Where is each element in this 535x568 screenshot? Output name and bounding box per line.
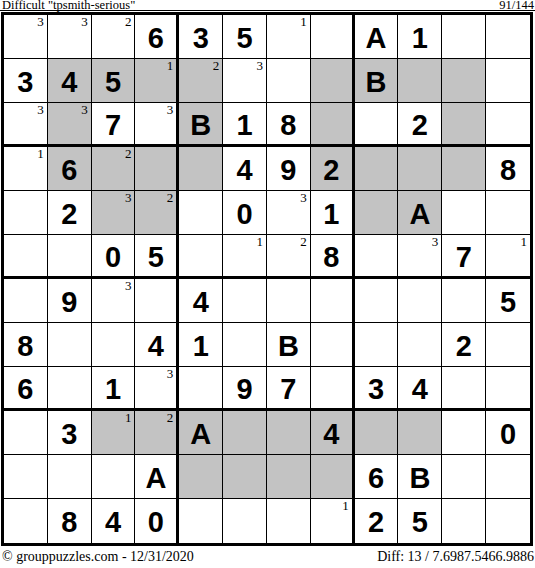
cell-r1c10: 1 <box>398 15 442 59</box>
cell-r6c3: 0 <box>92 235 136 279</box>
given-value: 4 <box>237 153 253 185</box>
given-value: 2 <box>61 197 77 229</box>
cell-r4c1[interactable]: 1 <box>4 147 48 191</box>
cell-r2c10[interactable] <box>398 59 442 103</box>
cell-r12c11[interactable] <box>442 499 486 543</box>
cell-r6c11: 7 <box>442 235 486 279</box>
footer-bar: © grouppuzzles.com - 12/31/2020 Diff: 13… <box>0 547 535 568</box>
cell-r9c11[interactable] <box>442 367 486 411</box>
given-value: 4 <box>61 65 77 97</box>
cell-r2c7[interactable] <box>267 59 311 103</box>
cell-r10c10[interactable] <box>398 411 442 455</box>
cell-r1c8[interactable] <box>311 15 355 59</box>
cell-r11c12[interactable] <box>486 455 530 499</box>
given-value: 3 <box>61 417 77 449</box>
pencil-mark: 1 <box>167 59 174 73</box>
cell-r6c10[interactable]: 3 <box>398 235 442 279</box>
given-value: 4 <box>148 329 164 361</box>
cell-r1c12[interactable] <box>486 15 530 59</box>
cell-r2c9: B <box>355 59 399 103</box>
cell-r1c11[interactable] <box>442 15 486 59</box>
cell-r3c4[interactable]: 3 <box>135 103 179 147</box>
cell-r3c1[interactable]: 3 <box>4 103 48 147</box>
cell-r2c2: 4 <box>48 59 92 103</box>
cell-r7c1[interactable] <box>4 279 48 323</box>
cell-r7c3[interactable]: 3 <box>92 279 136 323</box>
given-value: 8 <box>61 505 77 537</box>
pencil-mark: 1 <box>256 235 263 249</box>
cell-r7c5: 4 <box>179 279 223 323</box>
cell-r5c10: A <box>398 191 442 235</box>
cell-r1c9: A <box>355 15 399 59</box>
sudoku-board: 3326351A1345123B3373B1821624928232031A05… <box>1 12 533 546</box>
pencil-mark: 3 <box>81 103 88 117</box>
given-value: A <box>409 197 430 229</box>
cell-r7c4[interactable] <box>135 279 179 323</box>
cell-r12c12[interactable] <box>486 499 530 543</box>
given-value: 3 <box>17 65 33 97</box>
cell-r12c5[interactable] <box>179 499 223 543</box>
cell-r4c8: 2 <box>311 147 355 191</box>
cell-r1c4: 6 <box>135 15 179 59</box>
cell-r8c1: 8 <box>4 323 48 367</box>
cell-r5c3[interactable]: 3 <box>92 191 136 235</box>
given-value: 4 <box>105 505 121 537</box>
given-value: 4 <box>323 417 339 449</box>
cell-r4c6: 4 <box>223 147 267 191</box>
cell-r4c9[interactable] <box>355 147 399 191</box>
cell-r5c4[interactable]: 2 <box>135 191 179 235</box>
cell-r6c5[interactable] <box>179 235 223 279</box>
copyright-text: © grouppuzzles.com - 12/31/2020 <box>2 549 194 565</box>
cell-r1c7[interactable]: 1 <box>267 15 311 59</box>
cell-r11c9: 6 <box>355 455 399 499</box>
given-value: 7 <box>105 108 121 140</box>
cell-r8c4: 4 <box>135 323 179 367</box>
given-value: 5 <box>105 65 121 97</box>
cell-r3c2[interactable]: 3 <box>48 103 92 147</box>
cell-r10c1[interactable] <box>4 411 48 455</box>
given-value: 8 <box>280 108 296 140</box>
cell-r5c11[interactable] <box>442 191 486 235</box>
cell-r11c5[interactable] <box>179 455 223 499</box>
cell-r9c6: 9 <box>223 367 267 411</box>
cell-r9c12[interactable] <box>486 367 530 411</box>
given-value: A <box>145 461 166 493</box>
cell-r11c8[interactable] <box>311 455 355 499</box>
cell-r3c5: B <box>179 103 223 147</box>
given-value: 8 <box>500 153 516 185</box>
cell-r2c3: 5 <box>92 59 136 103</box>
cell-r6c6[interactable]: 1 <box>223 235 267 279</box>
cell-r3c8[interactable] <box>311 103 355 147</box>
pencil-mark: 3 <box>125 191 132 205</box>
pencil-mark: 2 <box>167 411 174 425</box>
cell-r12c2: 8 <box>48 499 92 543</box>
given-value: B <box>190 108 211 140</box>
cell-r1c2[interactable]: 3 <box>48 15 92 59</box>
given-value: 8 <box>17 329 33 361</box>
cell-r9c9: 3 <box>355 367 399 411</box>
given-value: 3 <box>368 372 384 404</box>
cell-r6c4: 5 <box>135 235 179 279</box>
given-value: A <box>366 21 387 53</box>
cell-r8c12[interactable] <box>486 323 530 367</box>
pencil-mark: 3 <box>37 103 44 117</box>
given-value: 9 <box>237 372 253 404</box>
cell-r4c12: 8 <box>486 147 530 191</box>
cell-r12c1[interactable] <box>4 499 48 543</box>
cell-r12c9: 2 <box>355 499 399 543</box>
given-value: 4 <box>412 372 428 404</box>
header-bar: Difficult "tpsmith-serious" 91/144 <box>0 0 535 11</box>
cell-r3c12[interactable] <box>486 103 530 147</box>
given-value: 1 <box>193 329 209 361</box>
cell-r3c7: 8 <box>267 103 311 147</box>
cell-r1c6: 5 <box>223 15 267 59</box>
cell-r8c6[interactable] <box>223 323 267 367</box>
given-value: 0 <box>500 417 516 449</box>
pencil-mark: 2 <box>213 59 220 73</box>
given-value: 0 <box>148 505 164 537</box>
given-value: 5 <box>237 21 253 53</box>
cell-r9c5[interactable] <box>179 367 223 411</box>
given-value: 2 <box>456 329 472 361</box>
pencil-mark: 1 <box>342 499 349 513</box>
cell-r8c10[interactable] <box>398 323 442 367</box>
cell-r12c8[interactable]: 1 <box>311 499 355 543</box>
given-value: 1 <box>323 197 339 229</box>
cell-r7c2: 9 <box>48 279 92 323</box>
cell-r12c7[interactable] <box>267 499 311 543</box>
cell-r8c2[interactable] <box>48 323 92 367</box>
cell-r11c3[interactable] <box>92 455 136 499</box>
cell-r7c7[interactable] <box>267 279 311 323</box>
cell-r10c6[interactable] <box>223 411 267 455</box>
cell-r12c4: 0 <box>135 499 179 543</box>
cell-r10c12: 0 <box>486 411 530 455</box>
cell-r8c8[interactable] <box>311 323 355 367</box>
given-value: 5 <box>148 240 164 272</box>
cell-r11c7[interactable] <box>267 455 311 499</box>
pencil-mark: 3 <box>81 15 88 29</box>
given-value: 2 <box>368 505 384 537</box>
cell-r1c1[interactable]: 3 <box>4 15 48 59</box>
cell-r4c10[interactable] <box>398 147 442 191</box>
remaining-cells-counter: 91/144 <box>499 0 535 11</box>
cell-r7c6[interactable] <box>223 279 267 323</box>
cell-r4c4[interactable] <box>135 147 179 191</box>
cell-r7c12: 5 <box>486 279 530 323</box>
cell-r10c11[interactable] <box>442 411 486 455</box>
cell-r2c11[interactable] <box>442 59 486 103</box>
cell-r9c8[interactable] <box>311 367 355 411</box>
cell-r10c2: 3 <box>48 411 92 455</box>
given-value: 6 <box>17 372 33 404</box>
cell-r9c10: 4 <box>398 367 442 411</box>
cell-r8c11: 2 <box>442 323 486 367</box>
cell-r10c7[interactable] <box>267 411 311 455</box>
cell-r7c8[interactable] <box>311 279 355 323</box>
pencil-mark: 1 <box>125 411 132 425</box>
cell-r3c11[interactable] <box>442 103 486 147</box>
cell-r7c9[interactable] <box>355 279 399 323</box>
pencil-mark: 1 <box>37 147 44 161</box>
cell-r4c5[interactable] <box>179 147 223 191</box>
cell-r5c2: 2 <box>48 191 92 235</box>
given-value: A <box>190 417 211 449</box>
cell-r10c5: A <box>179 411 223 455</box>
cell-r3c3: 7 <box>92 103 136 147</box>
given-value: 4 <box>193 285 209 317</box>
cell-r5c7[interactable]: 3 <box>267 191 311 235</box>
cell-r9c2[interactable] <box>48 367 92 411</box>
given-value: 9 <box>280 153 296 185</box>
cell-r7c10[interactable] <box>398 279 442 323</box>
pencil-mark: 3 <box>37 15 44 29</box>
cell-r11c1[interactable] <box>4 455 48 499</box>
cell-r6c2[interactable] <box>48 235 92 279</box>
cell-r10c4[interactable]: 2 <box>135 411 179 455</box>
cell-r7c11[interactable] <box>442 279 486 323</box>
cell-r8c5: 1 <box>179 323 223 367</box>
pencil-mark: 2 <box>125 15 132 29</box>
puzzle-page: Difficult "tpsmith-serious" 91/144 33263… <box>0 0 535 568</box>
cell-r11c2[interactable] <box>48 455 92 499</box>
cell-r12c3: 4 <box>92 499 136 543</box>
pencil-mark: 2 <box>300 235 307 249</box>
cell-r9c4[interactable]: 3 <box>135 367 179 411</box>
cell-r11c11[interactable] <box>442 455 486 499</box>
cell-r6c12[interactable]: 1 <box>486 235 530 279</box>
pencil-mark: 3 <box>432 235 439 249</box>
pencil-mark: 3 <box>167 367 174 381</box>
cell-r4c2: 6 <box>48 147 92 191</box>
pencil-mark: 2 <box>125 147 132 161</box>
cell-r11c6[interactable] <box>223 455 267 499</box>
cell-r1c5: 3 <box>179 15 223 59</box>
given-value: B <box>278 329 299 361</box>
cell-r8c9[interactable] <box>355 323 399 367</box>
pencil-mark: 2 <box>167 191 174 205</box>
given-value: 3 <box>193 21 209 53</box>
given-value: 6 <box>61 153 77 185</box>
cell-r3c6: 1 <box>223 103 267 147</box>
given-value: 9 <box>61 285 77 317</box>
given-value: 1 <box>105 372 121 404</box>
given-value: 6 <box>148 21 164 53</box>
given-value: 7 <box>456 240 472 272</box>
cell-r2c1: 3 <box>4 59 48 103</box>
given-value: 5 <box>412 505 428 537</box>
cell-r6c9[interactable] <box>355 235 399 279</box>
cell-r6c8: 8 <box>311 235 355 279</box>
cell-r5c6: 0 <box>223 191 267 235</box>
cell-r4c7: 9 <box>267 147 311 191</box>
cell-r12c10: 5 <box>398 499 442 543</box>
cell-r8c7: B <box>267 323 311 367</box>
puzzle-title: Difficult "tpsmith-serious" <box>0 0 135 11</box>
cell-r2c6[interactable]: 3 <box>223 59 267 103</box>
cell-r10c8: 4 <box>311 411 355 455</box>
cell-r5c12[interactable] <box>486 191 530 235</box>
cell-r5c9[interactable] <box>355 191 399 235</box>
cell-r10c3[interactable]: 1 <box>92 411 136 455</box>
cell-r5c5[interactable] <box>179 191 223 235</box>
given-value: 7 <box>280 372 296 404</box>
cell-r2c5[interactable]: 2 <box>179 59 223 103</box>
difficulty-text: Diff: 13 / 7.6987.5466.9886 <box>377 549 534 565</box>
given-value: B <box>409 461 430 493</box>
pencil-mark: 1 <box>300 15 307 29</box>
pencil-mark: 3 <box>167 103 174 117</box>
cell-r3c10: 2 <box>398 103 442 147</box>
cell-r5c8: 1 <box>311 191 355 235</box>
cell-r2c4[interactable]: 1 <box>135 59 179 103</box>
given-value: 0 <box>237 197 253 229</box>
cell-r6c7[interactable]: 2 <box>267 235 311 279</box>
given-value: 1 <box>412 21 428 53</box>
cell-r5c1[interactable] <box>4 191 48 235</box>
pencil-mark: 3 <box>256 59 263 73</box>
given-value: 0 <box>105 240 121 272</box>
cell-r12c6[interactable] <box>223 499 267 543</box>
given-value: B <box>366 65 387 97</box>
given-value: 6 <box>368 461 384 493</box>
cell-r2c12[interactable] <box>486 59 530 103</box>
given-value: 8 <box>323 240 339 272</box>
cell-r9c1: 6 <box>4 367 48 411</box>
pencil-mark: 3 <box>125 279 132 293</box>
cell-r1c3[interactable]: 2 <box>92 15 136 59</box>
cell-r8c3[interactable] <box>92 323 136 367</box>
given-value: 2 <box>412 108 428 140</box>
cell-r4c3[interactable]: 2 <box>92 147 136 191</box>
cell-r11c10: B <box>398 455 442 499</box>
given-value: 2 <box>323 153 339 185</box>
cell-r3c9[interactable] <box>355 103 399 147</box>
pencil-mark: 1 <box>520 235 527 249</box>
cell-r2c8[interactable] <box>311 59 355 103</box>
given-value: 5 <box>500 285 516 317</box>
cell-r6c1[interactable] <box>4 235 48 279</box>
cell-r9c7: 7 <box>267 367 311 411</box>
cell-r11c4: A <box>135 455 179 499</box>
given-value: 1 <box>237 108 253 140</box>
pencil-mark: 3 <box>300 191 307 205</box>
cell-r4c11[interactable] <box>442 147 486 191</box>
cell-r10c9[interactable] <box>355 411 399 455</box>
cell-r9c3: 1 <box>92 367 136 411</box>
